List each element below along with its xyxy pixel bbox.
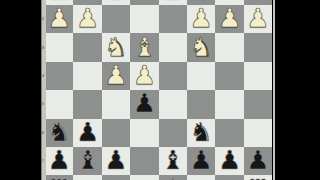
square-d4[interactable] (159, 62, 187, 90)
square-c4[interactable] (187, 62, 215, 90)
rank-label-2: 2 (41, 16, 45, 21)
square-h3[interactable] (45, 33, 73, 61)
square-f6[interactable] (102, 119, 130, 147)
square-b6[interactable] (215, 119, 243, 147)
square-a4[interactable] (244, 62, 272, 90)
square-c7[interactable]: ♟ (187, 147, 215, 175)
piece-white-P-b2[interactable]: ♟ (218, 5, 241, 31)
piece-white-R-d1[interactable]: ♜ (161, 0, 184, 3)
piece-black-P-c7[interactable]: ♟ (189, 147, 212, 173)
square-g2[interactable]: ♟ (73, 5, 101, 33)
square-e7[interactable] (130, 147, 158, 175)
square-c3[interactable]: ♞ (187, 33, 215, 61)
square-d6[interactable] (159, 119, 187, 147)
square-b8[interactable] (215, 175, 243, 180)
piece-white-B-f1[interactable]: ♝ (104, 0, 127, 3)
piece-black-P-a7[interactable]: ♟ (246, 147, 269, 173)
square-g5[interactable] (73, 90, 101, 118)
square-b2[interactable]: ♟ (215, 5, 243, 33)
piece-white-P-a2[interactable]: ♟ (246, 5, 269, 31)
square-f7[interactable]: ♟ (102, 147, 130, 175)
square-a7[interactable]: ♟ (244, 147, 272, 175)
square-f1[interactable]: ♝ (102, 0, 130, 5)
piece-white-B-e3[interactable]: ♝ (133, 34, 156, 60)
piece-black-K-d8[interactable]: ♚ (161, 176, 184, 180)
piece-black-P-f7[interactable]: ♟ (104, 147, 127, 173)
piece-black-B-d7[interactable]: ♝ (161, 147, 184, 173)
square-a3[interactable] (244, 33, 272, 61)
rank-label-3: 3 (41, 45, 45, 50)
square-h8[interactable]: ♜ (45, 175, 73, 180)
square-f3[interactable]: ♞ (102, 33, 130, 61)
piece-white-N-c3[interactable]: ♞ (189, 34, 212, 60)
piece-black-P-g6[interactable]: ♟ (76, 119, 99, 145)
square-d5[interactable] (159, 90, 187, 118)
square-a6[interactable] (244, 119, 272, 147)
piece-black-R-a8[interactable]: ♜ (246, 176, 269, 180)
square-e5[interactable]: ♟ (130, 90, 158, 118)
square-d3[interactable] (159, 33, 187, 61)
square-f8[interactable] (102, 175, 130, 180)
rank-label-5: 5 (41, 102, 45, 107)
square-b4[interactable] (215, 62, 243, 90)
square-b7[interactable]: ♟ (215, 147, 243, 175)
piece-black-N-h6[interactable]: ♞ (48, 119, 71, 145)
piece-white-N-f3[interactable]: ♞ (104, 34, 127, 60)
square-b5[interactable] (215, 90, 243, 118)
square-f2[interactable] (102, 5, 130, 33)
piece-black-P-b7[interactable]: ♟ (218, 147, 241, 173)
square-g7[interactable]: ♝ (73, 147, 101, 175)
square-h2[interactable]: ♟ (45, 5, 73, 33)
square-c8[interactable] (187, 175, 215, 180)
square-c6[interactable]: ♞ (187, 119, 215, 147)
square-h7[interactable]: ♟ (45, 147, 73, 175)
square-h6[interactable]: ♞ (45, 119, 73, 147)
square-g6[interactable]: ♟ (73, 119, 101, 147)
square-f5[interactable] (102, 90, 130, 118)
rank-label-4: 4 (41, 73, 45, 78)
square-e4[interactable]: ♟ (130, 62, 158, 90)
piece-white-P-g2[interactable]: ♟ (76, 5, 99, 31)
square-e6[interactable] (130, 119, 158, 147)
rank-label-6: 6 (41, 130, 45, 135)
piece-black-P-h7[interactable]: ♟ (48, 147, 71, 173)
piece-white-P-f4[interactable]: ♟ (104, 62, 127, 88)
piece-white-P-h2[interactable]: ♟ (48, 5, 71, 31)
chess-board: ♜♝♜♚♟♟♟♟♟♞♝♞♟♟♟♞♟♞♟♝♟♝♟♟♟♜♚♜ (45, 0, 272, 180)
piece-white-P-e4[interactable]: ♟ (133, 62, 156, 88)
square-g8[interactable] (73, 175, 101, 180)
rank-coordinate-strip (41, 0, 46, 180)
piece-black-R-h8[interactable]: ♜ (48, 176, 71, 180)
square-h5[interactable] (45, 90, 73, 118)
square-h4[interactable] (45, 62, 73, 90)
piece-black-B-g7[interactable]: ♝ (76, 147, 99, 173)
piece-white-P-c2[interactable]: ♟ (189, 5, 212, 31)
square-d2[interactable] (159, 5, 187, 33)
square-c2[interactable]: ♟ (187, 5, 215, 33)
square-d1[interactable]: ♜ (159, 0, 187, 5)
square-g3[interactable] (73, 33, 101, 61)
piece-black-N-c6[interactable]: ♞ (189, 119, 212, 145)
board-right-frame (273, 0, 275, 180)
square-d7[interactable]: ♝ (159, 147, 187, 175)
square-c5[interactable] (187, 90, 215, 118)
square-b3[interactable] (215, 33, 243, 61)
square-e2[interactable] (130, 5, 158, 33)
square-g4[interactable] (73, 62, 101, 90)
square-e8[interactable] (130, 175, 158, 180)
piece-black-P-e5[interactable]: ♟ (133, 90, 156, 116)
square-a2[interactable]: ♟ (244, 5, 272, 33)
rank-label-7: 7 (41, 158, 45, 163)
square-a8[interactable]: ♜ (244, 175, 272, 180)
square-e3[interactable]: ♝ (130, 33, 158, 61)
square-f4[interactable]: ♟ (102, 62, 130, 90)
square-a5[interactable] (244, 90, 272, 118)
square-d8[interactable]: ♚ (159, 175, 187, 180)
chess-diagram-stage: ♜♝♜♚♟♟♟♟♟♞♝♞♟♟♟♞♟♞♟♝♟♝♟♟♟♜♚♜ 12345678 (0, 0, 320, 180)
